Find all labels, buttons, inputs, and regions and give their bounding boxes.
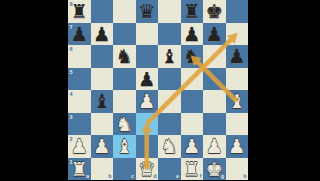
square-e2[interactable]: ♞: [158, 135, 181, 158]
square-b6[interactable]: [91, 45, 114, 68]
square-f6[interactable]: ♞: [181, 45, 204, 68]
chess-board: ♜8♛♜♚♟7♟♟♟6♞♝♞♟5♟4♝♟♝3♞♟2♟♝♞♟♟♟♜1abc♛de♜…: [68, 0, 248, 180]
black-pawn-f7[interactable]: ♟: [181, 23, 204, 46]
square-e3[interactable]: [158, 113, 181, 136]
square-c6[interactable]: ♞: [113, 45, 136, 68]
square-f4[interactable]: [181, 90, 204, 113]
white-king-g1[interactable]: ♚: [203, 158, 226, 181]
white-queen-d1[interactable]: ♛: [136, 158, 159, 181]
white-pawn-h2[interactable]: ♟: [226, 135, 249, 158]
black-rook-f8[interactable]: ♜: [181, 0, 204, 23]
square-f5[interactable]: [181, 68, 204, 91]
square-f1[interactable]: ♜f: [181, 158, 204, 181]
rank-label-3: 3: [70, 114, 73, 120]
square-a2[interactable]: ♟2: [68, 135, 91, 158]
square-d2[interactable]: [136, 135, 159, 158]
square-c5[interactable]: [113, 68, 136, 91]
square-g5[interactable]: [203, 68, 226, 91]
square-b1[interactable]: b: [91, 158, 114, 181]
white-pawn-d4[interactable]: ♟: [136, 90, 159, 113]
square-b4[interactable]: ♝: [91, 90, 114, 113]
square-e6[interactable]: ♝: [158, 45, 181, 68]
square-c1[interactable]: c: [113, 158, 136, 181]
square-c3[interactable]: ♞: [113, 113, 136, 136]
square-c8[interactable]: [113, 0, 136, 23]
square-e8[interactable]: [158, 0, 181, 23]
square-d3[interactable]: [136, 113, 159, 136]
square-g2[interactable]: ♟: [203, 135, 226, 158]
white-rook-a1[interactable]: ♜: [68, 158, 91, 181]
black-bishop-b4[interactable]: ♝: [91, 90, 114, 113]
square-h2[interactable]: ♟: [226, 135, 249, 158]
square-h4[interactable]: ♝: [226, 90, 249, 113]
square-g8[interactable]: ♚: [203, 0, 226, 23]
rank-label-4: 4: [70, 91, 73, 97]
square-c7[interactable]: [113, 23, 136, 46]
square-e7[interactable]: [158, 23, 181, 46]
square-a8[interactable]: ♜8: [68, 0, 91, 23]
square-d6[interactable]: [136, 45, 159, 68]
square-h1[interactable]: h: [226, 158, 249, 181]
square-h3[interactable]: [226, 113, 249, 136]
square-g4[interactable]: [203, 90, 226, 113]
square-b2[interactable]: ♟: [91, 135, 114, 158]
square-c2[interactable]: ♝: [113, 135, 136, 158]
square-g7[interactable]: ♟: [203, 23, 226, 46]
square-a5[interactable]: 5: [68, 68, 91, 91]
square-b5[interactable]: [91, 68, 114, 91]
file-label-h: h: [243, 173, 246, 179]
white-knight-e2[interactable]: ♞: [158, 135, 181, 158]
square-a1[interactable]: ♜1a: [68, 158, 91, 181]
square-a7[interactable]: ♟7: [68, 23, 91, 46]
square-b3[interactable]: [91, 113, 114, 136]
square-a4[interactable]: 4: [68, 90, 91, 113]
square-d8[interactable]: ♛: [136, 0, 159, 23]
black-bishop-e6[interactable]: ♝: [158, 45, 181, 68]
rank-label-5: 5: [70, 69, 73, 75]
square-a3[interactable]: 3: [68, 113, 91, 136]
file-label-e: e: [176, 173, 179, 179]
square-d5[interactable]: ♟: [136, 68, 159, 91]
square-d4[interactable]: ♟: [136, 90, 159, 113]
black-queen-d8[interactable]: ♛: [136, 0, 159, 23]
black-pawn-h6[interactable]: ♟: [226, 45, 249, 68]
rank-label-6: 6: [70, 46, 73, 52]
black-pawn-g7[interactable]: ♟: [203, 23, 226, 46]
white-pawn-a2[interactable]: ♟: [68, 135, 91, 158]
black-pawn-b7[interactable]: ♟: [91, 23, 114, 46]
square-h6[interactable]: ♟: [226, 45, 249, 68]
white-rook-f1[interactable]: ♜: [181, 158, 204, 181]
square-h7[interactable]: [226, 23, 249, 46]
white-pawn-g2[interactable]: ♟: [203, 135, 226, 158]
white-bishop-c2[interactable]: ♝: [113, 135, 136, 158]
black-king-g8[interactable]: ♚: [203, 0, 226, 23]
square-g1[interactable]: ♚g: [203, 158, 226, 181]
file-label-b: b: [108, 173, 111, 179]
square-b8[interactable]: [91, 0, 114, 23]
square-f8[interactable]: ♜: [181, 0, 204, 23]
square-e4[interactable]: [158, 90, 181, 113]
square-a6[interactable]: 6: [68, 45, 91, 68]
video-frame: ♜8♛♜♚♟7♟♟♟6♞♝♞♟5♟4♝♟♝3♞♟2♟♝♞♟♟♟♜1abc♛de♜…: [0, 0, 320, 180]
white-pawn-f2[interactable]: ♟: [181, 135, 204, 158]
square-d7[interactable]: [136, 23, 159, 46]
square-h5[interactable]: [226, 68, 249, 91]
square-f2[interactable]: ♟: [181, 135, 204, 158]
square-f3[interactable]: [181, 113, 204, 136]
black-knight-c6[interactable]: ♞: [113, 45, 136, 68]
square-h8[interactable]: [226, 0, 249, 23]
white-knight-c3[interactable]: ♞: [113, 113, 136, 136]
file-label-c: c: [131, 173, 134, 179]
square-e5[interactable]: [158, 68, 181, 91]
black-pawn-a7[interactable]: ♟: [68, 23, 91, 46]
square-c4[interactable]: [113, 90, 136, 113]
square-e1[interactable]: e: [158, 158, 181, 181]
square-g3[interactable]: [203, 113, 226, 136]
square-g6[interactable]: [203, 45, 226, 68]
square-d1[interactable]: ♛d: [136, 158, 159, 181]
black-knight-f6[interactable]: ♞: [181, 45, 204, 68]
white-pawn-b2[interactable]: ♟: [91, 135, 114, 158]
white-bishop-h4[interactable]: ♝: [226, 90, 249, 113]
square-b7[interactable]: ♟: [91, 23, 114, 46]
square-f7[interactable]: ♟: [181, 23, 204, 46]
black-rook-a8[interactable]: ♜: [68, 0, 91, 23]
black-pawn-d5[interactable]: ♟: [136, 68, 159, 91]
